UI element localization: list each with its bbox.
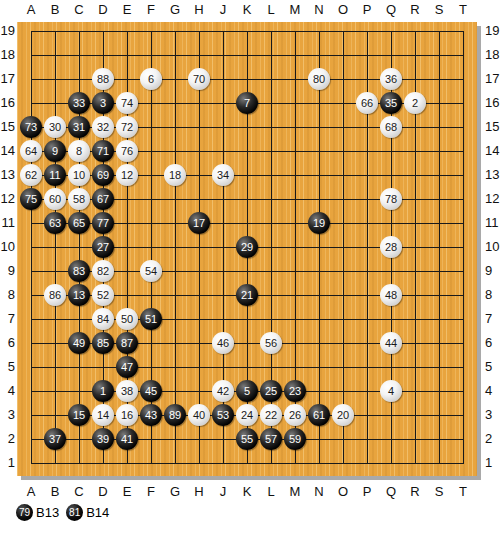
coord-letter-top: C (67, 2, 91, 18)
coord-number-right: 6 (484, 335, 500, 351)
stone[interactable]: 74 (116, 92, 138, 114)
stone[interactable]: 7 (236, 92, 258, 114)
stone[interactable]: 66 (356, 92, 378, 114)
stone[interactable]: 53 (212, 404, 234, 426)
stone[interactable]: 38 (116, 380, 138, 402)
stone[interactable]: 31 (68, 116, 90, 138)
stone[interactable]: 44 (380, 332, 402, 354)
stone[interactable]: 10 (68, 164, 90, 186)
coord-letter-bottom: H (187, 484, 211, 500)
stone[interactable]: 73 (20, 116, 42, 138)
stone[interactable]: 49 (68, 332, 90, 354)
coord-letter-top: D (91, 2, 115, 18)
stone[interactable]: 83 (68, 260, 90, 282)
stones-grid: 1234567891011121314151617181920212223242… (19, 19, 475, 475)
stone[interactable]: 52 (92, 284, 114, 306)
coord-number-left: 19 (0, 23, 16, 39)
coord-letter-top: P (355, 2, 379, 18)
stone[interactable]: 35 (380, 92, 402, 114)
stone[interactable]: 28 (380, 236, 402, 258)
stone[interactable]: 8 (68, 140, 90, 162)
stone[interactable]: 19 (308, 212, 330, 234)
stone[interactable]: 87 (116, 332, 138, 354)
coord-letter-top: T (451, 2, 475, 18)
coord-letter-top: E (115, 2, 139, 18)
stone[interactable]: 41 (116, 428, 138, 450)
stone[interactable]: 70 (188, 68, 210, 90)
stone[interactable]: 27 (92, 236, 114, 258)
stone[interactable]: 57 (260, 428, 282, 450)
coord-number-left: 1 (0, 455, 16, 471)
coord-letter-top: Q (379, 2, 403, 18)
stone[interactable]: 62 (20, 164, 42, 186)
coord-number-left: 16 (0, 95, 16, 111)
coord-letter-top: G (163, 2, 187, 18)
coord-letter-top: R (403, 2, 427, 18)
coord-number-right: 15 (484, 119, 500, 135)
coord-letter-bottom: D (91, 484, 115, 500)
coord-letter-bottom: E (115, 484, 139, 500)
coord-letter-top: S (427, 2, 451, 18)
coord-number-right: 18 (484, 47, 500, 63)
coord-letter-bottom: R (403, 484, 427, 500)
stone[interactable]: 71 (92, 140, 114, 162)
coord-letter-bottom: N (307, 484, 331, 500)
coord-number-right: 2 (484, 431, 500, 447)
coord-number-right: 1 (484, 455, 500, 471)
coord-number-left: 4 (0, 383, 16, 399)
stone[interactable]: 50 (116, 308, 138, 330)
stone[interactable]: 80 (308, 68, 330, 90)
stone[interactable]: 3 (92, 92, 114, 114)
coord-number-left: 12 (0, 191, 16, 207)
coord-number-right: 4 (484, 383, 500, 399)
stone[interactable]: 15 (68, 404, 90, 426)
stone[interactable]: 63 (44, 212, 66, 234)
coord-letter-bottom: O (331, 484, 355, 500)
caption: 79B1381B14 (16, 503, 116, 521)
stone[interactable]: 24 (236, 404, 258, 426)
coord-number-left: 11 (0, 215, 16, 231)
stone[interactable]: 6 (140, 68, 162, 90)
stone[interactable]: 9 (44, 140, 66, 162)
stone[interactable]: 40 (188, 404, 210, 426)
stone[interactable]: 13 (68, 284, 90, 306)
stone[interactable]: 47 (116, 356, 138, 378)
stone[interactable]: 78 (380, 188, 402, 210)
stone[interactable]: 55 (236, 428, 258, 450)
stone[interactable]: 2 (404, 92, 426, 114)
coord-number-left: 6 (0, 335, 16, 351)
coord-letter-top: L (259, 2, 283, 18)
stone[interactable]: 37 (44, 428, 66, 450)
coord-number-right: 17 (484, 71, 500, 87)
caption-stone: 79 (16, 504, 33, 521)
stone[interactable]: 65 (68, 212, 90, 234)
coord-letter-bottom: L (259, 484, 283, 500)
stone[interactable]: 33 (68, 92, 90, 114)
coord-number-right: 5 (484, 359, 500, 375)
stone[interactable]: 84 (92, 308, 114, 330)
stone[interactable]: 39 (92, 428, 114, 450)
stone[interactable]: 32 (92, 116, 114, 138)
stone[interactable]: 5 (236, 380, 258, 402)
stone[interactable]: 58 (68, 188, 90, 210)
stone[interactable]: 72 (116, 116, 138, 138)
stone[interactable]: 22 (260, 404, 282, 426)
coord-number-right: 11 (484, 215, 500, 231)
stone[interactable]: 1 (92, 380, 114, 402)
stone[interactable]: 56 (260, 332, 282, 354)
stone[interactable]: 77 (92, 212, 114, 234)
stone[interactable]: 12 (116, 164, 138, 186)
coord-number-right: 7 (484, 311, 500, 327)
stone[interactable]: 88 (92, 68, 114, 90)
coord-number-right: 8 (484, 287, 500, 303)
stone[interactable]: 14 (92, 404, 114, 426)
stone[interactable]: 46 (212, 332, 234, 354)
coord-letter-bottom: A (19, 484, 43, 500)
coord-letter-top: K (235, 2, 259, 18)
stone[interactable]: 75 (20, 188, 42, 210)
stone[interactable]: 61 (308, 404, 330, 426)
coord-letter-top: A (19, 2, 43, 18)
coord-number-right: 13 (484, 167, 500, 183)
stone[interactable]: 43 (140, 404, 162, 426)
caption-stone: 81 (66, 504, 83, 521)
stone[interactable]: 25 (260, 380, 282, 402)
stone[interactable]: 21 (236, 284, 258, 306)
coord-letter-top: B (43, 2, 67, 18)
stone[interactable]: 42 (212, 380, 234, 402)
stone[interactable]: 23 (284, 380, 306, 402)
go-diagram-page: ABCDEFGHJKLMNOPQRST ABCDEFGHJKLMNOPQRST … (0, 0, 500, 537)
stone[interactable]: 36 (380, 68, 402, 90)
coord-letter-top: O (331, 2, 355, 18)
caption-point-label: B14 (86, 504, 109, 521)
coord-letter-bottom: K (235, 484, 259, 500)
coord-number-right: 19 (484, 23, 500, 39)
stone[interactable]: 20 (332, 404, 354, 426)
stone[interactable]: 29 (236, 236, 258, 258)
stone[interactable]: 18 (164, 164, 186, 186)
coord-number-left: 10 (0, 239, 16, 255)
coord-letter-top: F (139, 2, 163, 18)
coord-letter-bottom: P (355, 484, 379, 500)
coord-number-left: 14 (0, 143, 16, 159)
coord-number-left: 13 (0, 167, 16, 183)
coord-number-left: 8 (0, 287, 16, 303)
coord-letter-top: H (187, 2, 211, 18)
coord-number-left: 3 (0, 407, 16, 423)
coord-number-left: 7 (0, 311, 16, 327)
stone[interactable]: 4 (380, 380, 402, 402)
stone[interactable]: 89 (164, 404, 186, 426)
stone[interactable]: 26 (284, 404, 306, 426)
coord-letter-bottom: F (139, 484, 163, 500)
stone[interactable]: 11 (44, 164, 66, 186)
coord-letter-bottom: G (163, 484, 187, 500)
go-board[interactable]: 1234567891011121314151617181920212223242… (17, 22, 477, 476)
stone[interactable]: 30 (44, 116, 66, 138)
stone[interactable]: 51 (140, 308, 162, 330)
stone[interactable]: 60 (44, 188, 66, 210)
stone[interactable]: 45 (140, 380, 162, 402)
coord-letter-bottom: B (43, 484, 67, 500)
stone[interactable]: 34 (212, 164, 234, 186)
coord-number-right: 3 (484, 407, 500, 423)
coord-letter-top: N (307, 2, 331, 18)
stone[interactable]: 86 (44, 284, 66, 306)
stone[interactable]: 59 (284, 428, 306, 450)
stone[interactable]: 48 (380, 284, 402, 306)
coord-number-left: 5 (0, 359, 16, 375)
stone[interactable]: 82 (92, 260, 114, 282)
stone[interactable]: 85 (92, 332, 114, 354)
coord-letter-top: M (283, 2, 307, 18)
stone[interactable]: 64 (20, 140, 42, 162)
stone[interactable]: 68 (380, 116, 402, 138)
stone[interactable]: 76 (116, 140, 138, 162)
coord-number-left: 9 (0, 263, 16, 279)
coord-letter-bottom: S (427, 484, 451, 500)
coord-number-left: 2 (0, 431, 16, 447)
coord-letter-bottom: Q (379, 484, 403, 500)
stone[interactable]: 17 (188, 212, 210, 234)
coord-number-left: 18 (0, 47, 16, 63)
coord-letter-top: J (211, 2, 235, 18)
coord-number-right: 12 (484, 191, 500, 207)
stone[interactable]: 67 (92, 188, 114, 210)
coord-number-left: 17 (0, 71, 16, 87)
coord-number-right: 16 (484, 95, 500, 111)
coord-letter-bottom: M (283, 484, 307, 500)
coord-number-left: 15 (0, 119, 16, 135)
stone[interactable]: 54 (140, 260, 162, 282)
coord-letter-bottom: T (451, 484, 475, 500)
coord-letter-bottom: C (67, 484, 91, 500)
coord-number-right: 10 (484, 239, 500, 255)
coord-number-right: 14 (484, 143, 500, 159)
coord-letter-bottom: J (211, 484, 235, 500)
caption-point-label: B13 (36, 504, 59, 521)
coord-number-right: 9 (484, 263, 500, 279)
stone[interactable]: 69 (92, 164, 114, 186)
stone[interactable]: 16 (116, 404, 138, 426)
